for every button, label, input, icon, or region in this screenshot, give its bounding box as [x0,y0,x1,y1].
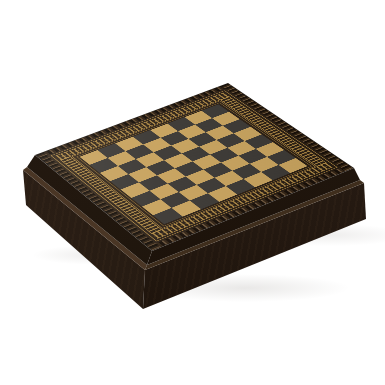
scene [0,0,385,385]
